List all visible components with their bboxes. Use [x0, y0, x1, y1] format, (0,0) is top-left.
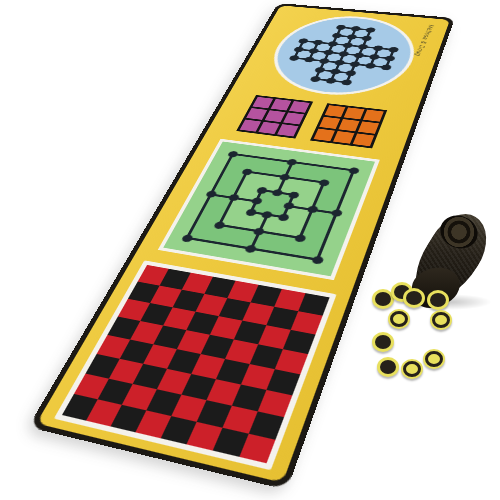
solitaire-hole — [345, 70, 357, 77]
nine-mens-morris-board — [158, 139, 380, 280]
solitaire-hole — [318, 58, 330, 64]
solitaire-hole — [372, 45, 384, 51]
tic-tac-toe-cell — [289, 101, 310, 113]
solitaire-hole — [333, 59, 345, 65]
solitaire-hole — [353, 52, 365, 58]
solitaire-hole — [361, 35, 373, 41]
solitaire-hole — [384, 55, 396, 61]
solitaire-hole — [312, 39, 324, 45]
rug-face: Melissa & Doug — [36, 5, 450, 482]
tic-tac-toe-cell — [363, 110, 384, 122]
solitaire-hole — [308, 48, 320, 54]
game-disc-yellow-center — [401, 359, 423, 379]
solitaire-hole — [364, 62, 376, 68]
checkers-grid — [62, 265, 330, 463]
tic-tac-toe-cell — [353, 133, 374, 146]
solitaire-hole — [346, 34, 358, 40]
checkers-board — [54, 260, 337, 470]
solitaire-hole — [303, 56, 315, 62]
solitaire-hole — [309, 75, 321, 82]
solitaire-hole — [342, 42, 354, 48]
tic-tac-toe-cell — [246, 108, 267, 120]
product-photo-scene: Melissa & Doug — [0, 0, 500, 500]
tic-tac-toe-cell — [253, 97, 274, 108]
game-disc-core — [406, 291, 422, 305]
game-disc-core — [375, 335, 391, 349]
game-disc-core — [432, 312, 450, 328]
solitaire-hole — [387, 46, 399, 52]
game-disc-black-center — [427, 290, 449, 310]
solitaire-hole — [335, 24, 346, 30]
tic-tac-toe-cell — [314, 129, 335, 142]
tic-tac-toe-cell — [325, 105, 346, 117]
solitaire-hole — [314, 66, 326, 72]
tic-tac-toe-cell — [344, 107, 365, 119]
solitaire-hole — [322, 49, 334, 55]
game-disc-yellow-center — [423, 349, 445, 369]
solitaire-hole — [325, 77, 337, 84]
solitaire-hole — [349, 61, 361, 67]
tic-tac-toe-cell — [277, 124, 298, 136]
game-disc-yellow-center — [388, 309, 410, 329]
game-disc-core — [430, 293, 446, 307]
tic-tac-toe-cell — [338, 119, 359, 131]
solitaire-hole — [365, 27, 376, 33]
nine-mens-morris-grid — [163, 142, 375, 277]
solitaire-hole — [350, 26, 361, 32]
tic-tac-toe-cell — [283, 112, 304, 124]
tic-tac-toe-cell — [271, 99, 292, 111]
solitaire-hole — [338, 50, 350, 56]
tic-tac-toe-cell — [265, 110, 286, 122]
solitaire-hole — [297, 38, 309, 44]
game-disc-black-center — [372, 332, 394, 352]
solitaire-hole — [327, 41, 339, 47]
game-rug: Melissa & Doug — [28, 3, 455, 490]
solitaire-hole — [293, 46, 305, 52]
tic-tac-toe-cell — [240, 120, 261, 132]
game-disc-core — [403, 361, 421, 377]
morris-point — [180, 234, 194, 243]
solitaire-hole — [329, 68, 341, 75]
morris-point — [347, 167, 359, 175]
game-disc-core — [380, 360, 396, 374]
game-disc-core — [425, 351, 443, 367]
game-disc-core — [390, 311, 408, 327]
game-disc-yellow-center — [430, 310, 452, 330]
solitaire-hole — [331, 32, 343, 38]
tic-tac-toe-cell — [319, 117, 340, 129]
tic-tac-toe-cell — [258, 122, 279, 134]
solitaire-hole — [368, 53, 380, 59]
game-disc-black-center — [377, 357, 399, 377]
solitaire-hole — [288, 55, 300, 61]
game-disc-core — [375, 292, 391, 306]
solitaire-hole — [340, 79, 352, 86]
tic-tac-toe-cell — [333, 131, 354, 144]
solitaire-hole — [380, 64, 392, 70]
tic-tac-toe-cell — [358, 121, 379, 133]
solitaire-hole — [357, 43, 369, 49]
game-disc-black-center — [403, 288, 425, 308]
